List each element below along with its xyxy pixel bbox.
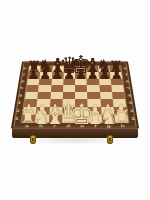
square-c3 [49, 99, 62, 106]
square-e5 [75, 85, 87, 92]
coord-label-f: f [94, 125, 97, 129]
square-g2 [101, 107, 115, 115]
coord-label-4: 4 [18, 94, 22, 97]
square-h2 [113, 107, 127, 115]
coord-label-7: 7 [124, 74, 128, 77]
product-photo-scene: abcdefgh abcdefgh 87654321 87654321 ♜♞♝♛… [0, 0, 150, 200]
square-d1 [62, 114, 75, 122]
coord-label-5: 5 [19, 87, 23, 90]
coord-label-a: a [25, 125, 30, 129]
square-b2 [36, 107, 50, 115]
square-h6 [110, 78, 123, 85]
square-g5 [99, 85, 112, 92]
square-h3 [113, 99, 127, 106]
coord-label-1: 1 [131, 117, 136, 121]
right-brass-clasp-icon [107, 135, 113, 144]
coord-label-2: 2 [130, 109, 135, 113]
board-grid [21, 65, 130, 123]
square-f5 [87, 85, 99, 92]
coord-label-8: 8 [123, 67, 127, 70]
square-c6 [51, 78, 63, 85]
square-d3 [62, 99, 75, 106]
coord-label-5: 5 [126, 87, 130, 90]
square-a2 [23, 107, 37, 115]
chess-board: abcdefgh abcdefgh 87654321 87654321 [11, 62, 139, 129]
coord-label-h: h [113, 62, 117, 65]
coord-label-2: 2 [16, 109, 21, 113]
square-b4 [37, 92, 50, 99]
coord-label-c: c [56, 62, 59, 65]
coord-label-f: f [91, 62, 93, 65]
square-b6 [39, 78, 51, 85]
square-e4 [75, 92, 88, 99]
square-d5 [63, 85, 75, 92]
square-e1 [75, 114, 88, 122]
square-e2 [75, 107, 88, 115]
square-f2 [88, 107, 101, 115]
square-h5 [111, 85, 124, 92]
square-c1 [48, 114, 62, 122]
square-g1 [101, 114, 115, 122]
board-front-edge [12, 129, 138, 138]
square-h4 [112, 92, 125, 99]
square-d4 [62, 92, 75, 99]
coord-label-3: 3 [17, 101, 21, 104]
square-e3 [75, 99, 88, 106]
coord-label-a: a [33, 62, 37, 65]
square-f6 [87, 78, 99, 85]
coord-label-h: h [121, 125, 126, 129]
square-b3 [37, 99, 50, 106]
coord-label-c: c [53, 125, 57, 129]
square-a5 [26, 85, 39, 92]
coord-label-b: b [45, 62, 49, 65]
square-d2 [62, 107, 75, 115]
square-f3 [88, 99, 101, 106]
square-f1 [88, 114, 102, 122]
square-b5 [38, 85, 51, 92]
coord-label-6: 6 [125, 80, 129, 83]
coord-label-b: b [39, 125, 44, 129]
square-a4 [25, 92, 38, 99]
square-g6 [99, 78, 111, 85]
square-h1 [114, 114, 128, 122]
coord-label-7: 7 [22, 74, 26, 77]
square-c2 [49, 107, 62, 115]
square-a3 [24, 99, 38, 106]
coord-label-g: g [101, 62, 105, 65]
coord-label-d: d [68, 62, 72, 65]
coord-label-4: 4 [127, 94, 131, 97]
square-a6 [27, 78, 40, 85]
coord-label-e: e [79, 62, 82, 65]
square-c4 [50, 92, 63, 99]
square-a1 [22, 114, 36, 122]
coord-label-8: 8 [23, 67, 27, 70]
square-e6 [75, 78, 87, 85]
coord-label-d: d [66, 125, 70, 129]
coord-label-6: 6 [21, 80, 25, 83]
square-f4 [87, 92, 100, 99]
square-b1 [35, 114, 49, 122]
coord-label-g: g [106, 125, 111, 129]
coord-label-e: e [80, 125, 84, 129]
coord-label-3: 3 [128, 101, 132, 104]
square-g4 [100, 92, 113, 99]
square-c5 [51, 85, 63, 92]
square-d6 [63, 78, 75, 85]
coord-label-1: 1 [14, 117, 19, 121]
left-brass-clasp-icon [30, 135, 36, 144]
square-g3 [100, 99, 113, 106]
